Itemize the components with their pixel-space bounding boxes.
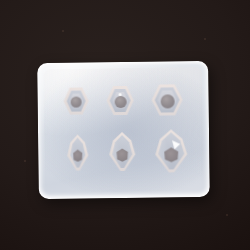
hexagon-gem-small-hole bbox=[71, 97, 82, 108]
teardrop-gem-small-cavity bbox=[67, 134, 88, 170]
silicone-gem-mold bbox=[37, 61, 210, 199]
dust-speck bbox=[204, 38, 206, 40]
photo-background bbox=[0, 0, 250, 250]
dust-speck bbox=[62, 30, 64, 32]
hexagon-gem-large-cavity bbox=[151, 84, 182, 115]
hexagon-gem-medium-hole bbox=[114, 95, 126, 107]
teardrop-gem-large-cavity bbox=[155, 129, 188, 172]
hexagon-gem-large-hole bbox=[160, 94, 174, 108]
hexagon-gem-small-cavity bbox=[63, 87, 88, 114]
teardrop-gem-medium-cavity bbox=[109, 132, 135, 171]
dust-speck bbox=[24, 160, 26, 162]
dust-speck bbox=[226, 214, 228, 216]
hexagon-gem-medium-cavity bbox=[106, 86, 133, 115]
small-glint-highlight bbox=[119, 93, 122, 96]
